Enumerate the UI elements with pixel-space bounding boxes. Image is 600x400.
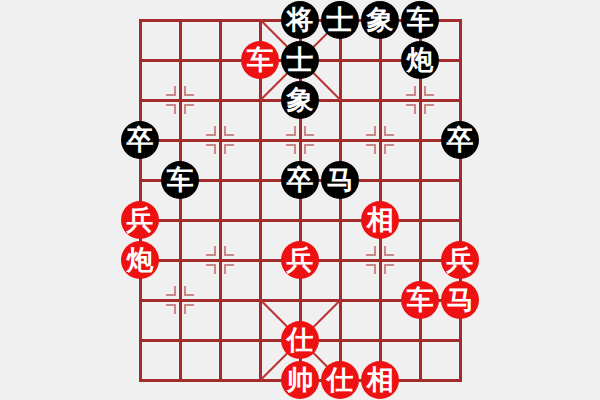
piece-red-horse[interactable]: 马	[441, 281, 479, 319]
piece-black-chariot[interactable]: 车	[401, 1, 439, 39]
piece-red-chariot[interactable]: 车	[401, 281, 439, 319]
piece-black-soldier[interactable]: 卒	[281, 161, 319, 199]
piece-black-soldier[interactable]: 卒	[441, 121, 479, 159]
piece-black-elephant[interactable]: 象	[281, 81, 319, 119]
piece-black-elephant[interactable]: 象	[361, 1, 399, 39]
piece-red-elephant[interactable]: 相	[361, 201, 399, 239]
piece-red-advisor[interactable]: 仕	[281, 321, 319, 359]
xiangqi-board[interactable]: 将士象车车士炮象卒卒车卒马兵相炮兵兵车马仕帅仕相	[0, 0, 600, 400]
piece-black-advisor[interactable]: 士	[281, 41, 319, 79]
piece-black-advisor[interactable]: 士	[321, 1, 359, 39]
piece-red-general[interactable]: 帅	[281, 361, 319, 399]
piece-red-cannon[interactable]: 炮	[121, 241, 159, 279]
piece-red-elephant[interactable]: 相	[361, 361, 399, 399]
piece-black-general[interactable]: 将	[281, 1, 319, 39]
piece-black-soldier[interactable]: 卒	[121, 121, 159, 159]
piece-red-soldier[interactable]: 兵	[121, 201, 159, 239]
piece-black-horse[interactable]: 马	[321, 161, 359, 199]
piece-black-chariot[interactable]: 车	[161, 161, 199, 199]
piece-red-soldier[interactable]: 兵	[281, 241, 319, 279]
piece-layer: 将士象车车士炮象卒卒车卒马兵相炮兵兵车马仕帅仕相	[120, 0, 480, 400]
piece-red-soldier[interactable]: 兵	[441, 241, 479, 279]
piece-black-cannon[interactable]: 炮	[401, 41, 439, 79]
piece-red-advisor[interactable]: 仕	[321, 361, 359, 399]
piece-red-chariot[interactable]: 车	[241, 41, 279, 79]
